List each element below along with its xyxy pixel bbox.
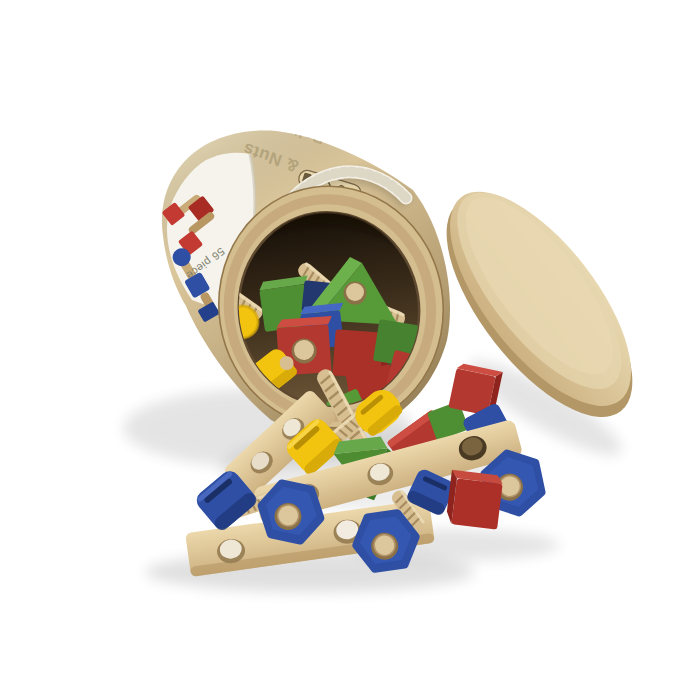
toy-scene: 56 piece Bolts & Nuts xyxy=(0,0,700,700)
product-photo: 56 piece Bolts & Nuts xyxy=(0,0,700,700)
red-square-nut-front xyxy=(445,470,503,530)
